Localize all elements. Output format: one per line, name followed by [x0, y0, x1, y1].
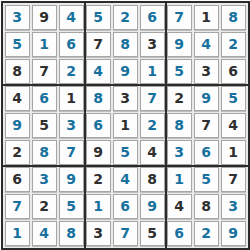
cell-r9c6[interactable]: 5 [140, 221, 165, 246]
cell-r8c6[interactable]: 9 [140, 194, 165, 219]
box-separator-vertical-1 [84, 3, 86, 248]
cell-r4c6[interactable]: 7 [140, 86, 165, 111]
cell-r8c7[interactable]: 4 [167, 194, 192, 219]
cell-r5c6[interactable]: 2 [140, 113, 165, 138]
cell-r3c4[interactable]: 4 [86, 59, 111, 84]
cell-r6c6[interactable]: 4 [140, 140, 165, 165]
cell-r5c9[interactable]: 4 [221, 113, 246, 138]
cell-r3c3[interactable]: 2 [59, 59, 84, 84]
cell-r8c2[interactable]: 2 [32, 194, 57, 219]
cell-r6c7[interactable]: 3 [167, 140, 192, 165]
cell-r7c9[interactable]: 7 [221, 167, 246, 192]
cell-r1c7[interactable]: 7 [167, 5, 192, 30]
cell-r4c2[interactable]: 6 [32, 86, 57, 111]
cell-r7c5[interactable]: 4 [113, 167, 138, 192]
cell-r2c8[interactable]: 4 [194, 32, 219, 57]
cell-r6c8[interactable]: 6 [194, 140, 219, 165]
cell-r7c8[interactable]: 5 [194, 167, 219, 192]
cell-r3c1[interactable]: 8 [5, 59, 30, 84]
cell-r5c5[interactable]: 1 [113, 113, 138, 138]
cell-r1c3[interactable]: 4 [59, 5, 84, 30]
cell-r7c7[interactable]: 1 [167, 167, 192, 192]
cell-r2c4[interactable]: 7 [86, 32, 111, 57]
cell-r4c3[interactable]: 1 [59, 86, 84, 111]
cell-r4c7[interactable]: 2 [167, 86, 192, 111]
cell-r5c2[interactable]: 5 [32, 113, 57, 138]
cell-r4c9[interactable]: 5 [221, 86, 246, 111]
cell-r1c2[interactable]: 9 [32, 5, 57, 30]
box-separator-horizontal-2 [3, 165, 248, 167]
cell-r4c4[interactable]: 8 [86, 86, 111, 111]
cell-r2c1[interactable]: 5 [5, 32, 30, 57]
cell-r1c4[interactable]: 5 [86, 5, 111, 30]
cell-r6c5[interactable]: 5 [113, 140, 138, 165]
cell-r9c3[interactable]: 8 [59, 221, 84, 246]
sudoku-app: 3945267185167839428724915364618372959536… [0, 0, 250, 250]
cell-r4c5[interactable]: 3 [113, 86, 138, 111]
cell-r2c7[interactable]: 9 [167, 32, 192, 57]
cell-r5c4[interactable]: 6 [86, 113, 111, 138]
sudoku-board: 3945267185167839428724915364618372959536… [1, 1, 250, 250]
cell-r2c9[interactable]: 2 [221, 32, 246, 57]
cell-r2c3[interactable]: 6 [59, 32, 84, 57]
cell-r6c9[interactable]: 1 [221, 140, 246, 165]
cell-r3c7[interactable]: 5 [167, 59, 192, 84]
cell-r1c6[interactable]: 6 [140, 5, 165, 30]
cell-r5c8[interactable]: 7 [194, 113, 219, 138]
cell-r6c1[interactable]: 2 [5, 140, 30, 165]
cell-r7c6[interactable]: 8 [140, 167, 165, 192]
cell-r6c3[interactable]: 7 [59, 140, 84, 165]
cell-r3c5[interactable]: 9 [113, 59, 138, 84]
cell-r5c1[interactable]: 9 [5, 113, 30, 138]
cell-r1c5[interactable]: 2 [113, 5, 138, 30]
cell-r5c7[interactable]: 8 [167, 113, 192, 138]
cell-r4c8[interactable]: 9 [194, 86, 219, 111]
cell-r1c8[interactable]: 1 [194, 5, 219, 30]
cell-r8c1[interactable]: 7 [5, 194, 30, 219]
cell-r3c6[interactable]: 1 [140, 59, 165, 84]
cell-r1c9[interactable]: 8 [221, 5, 246, 30]
cell-r4c1[interactable]: 4 [5, 86, 30, 111]
cell-r8c4[interactable]: 1 [86, 194, 111, 219]
cell-r1c1[interactable]: 3 [5, 5, 30, 30]
cell-r8c9[interactable]: 3 [221, 194, 246, 219]
cell-r9c2[interactable]: 4 [32, 221, 57, 246]
cell-r3c8[interactable]: 3 [194, 59, 219, 84]
cell-r7c2[interactable]: 3 [32, 167, 57, 192]
cell-r9c5[interactable]: 7 [113, 221, 138, 246]
cell-r5c3[interactable]: 3 [59, 113, 84, 138]
cell-r7c3[interactable]: 9 [59, 167, 84, 192]
cell-r8c3[interactable]: 5 [59, 194, 84, 219]
cell-r9c4[interactable]: 3 [86, 221, 111, 246]
cell-r7c4[interactable]: 2 [86, 167, 111, 192]
cell-r7c1[interactable]: 6 [5, 167, 30, 192]
cell-r2c5[interactable]: 8 [113, 32, 138, 57]
cell-r9c8[interactable]: 2 [194, 221, 219, 246]
cell-r6c2[interactable]: 8 [32, 140, 57, 165]
cell-r9c9[interactable]: 9 [221, 221, 246, 246]
cell-r2c6[interactable]: 3 [140, 32, 165, 57]
cell-r6c4[interactable]: 9 [86, 140, 111, 165]
box-separator-vertical-2 [165, 3, 167, 248]
cell-r9c7[interactable]: 6 [167, 221, 192, 246]
cell-r8c5[interactable]: 6 [113, 194, 138, 219]
cell-r9c1[interactable]: 1 [5, 221, 30, 246]
cell-r2c2[interactable]: 1 [32, 32, 57, 57]
cell-r3c2[interactable]: 7 [32, 59, 57, 84]
cell-r8c8[interactable]: 8 [194, 194, 219, 219]
cell-r3c9[interactable]: 6 [221, 59, 246, 84]
box-separator-horizontal-1 [3, 84, 248, 86]
